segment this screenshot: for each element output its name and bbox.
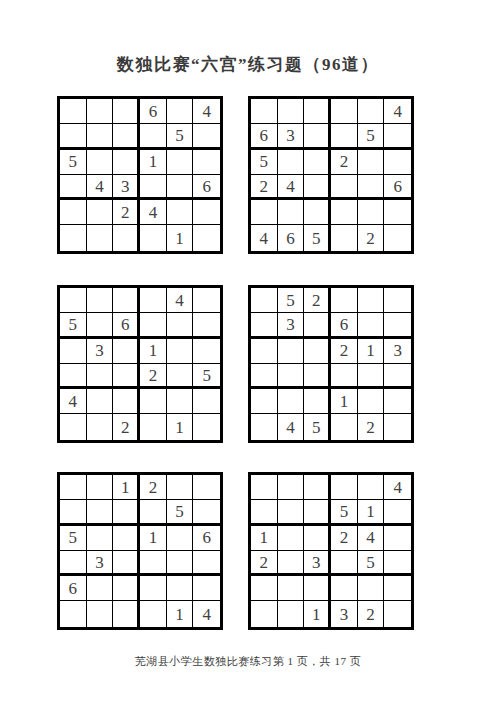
p6-cell-r5c6-empty [384, 576, 411, 601]
p3-cell-r6c5-given: 1 [167, 414, 194, 439]
p3-cell-r5c6-empty [193, 389, 220, 414]
p3-cell-r5c5-empty [167, 389, 194, 414]
p5-cell-r6c1-empty [60, 601, 87, 626]
p2-cell-r1c5-empty [358, 99, 385, 124]
p2-cell-r5c2-empty [278, 200, 305, 225]
p5-cell-r5c3-empty [113, 576, 140, 601]
p4-cell-r2c5-empty [358, 313, 385, 338]
p5-cell-r5c2-empty [87, 576, 114, 601]
p5-cell-r6c2-empty [87, 601, 114, 626]
p2-cell-r4c2-given: 4 [278, 175, 305, 200]
p6-cell-r3c1-given: 1 [251, 526, 278, 551]
p3-cell-r1c2-empty [87, 288, 114, 313]
p1-cell-r2c1-empty [60, 124, 87, 149]
p5-cell-r5c6-empty [193, 576, 220, 601]
p1-cell-r5c1-empty [60, 200, 87, 225]
p6-cell-r3c5-given: 4 [358, 526, 385, 551]
p6-cell-r3c2-empty [278, 526, 305, 551]
p1-cell-r6c2-empty [87, 225, 114, 250]
p6-cell-r6c4-given: 3 [331, 601, 358, 626]
p2-cell-r5c6-empty [384, 200, 411, 225]
p5-cell-r3c3-empty [113, 526, 140, 551]
p4-cell-r1c6-empty [384, 288, 411, 313]
p3-cell-r2c3-given: 6 [113, 313, 140, 338]
p2-cell-r6c6-empty [384, 225, 411, 250]
p6-cell-r4c3-given: 3 [304, 551, 331, 576]
p1-cell-r5c6-empty [193, 200, 220, 225]
p4-cell-r2c6-empty [384, 313, 411, 338]
p5-cell-r4c4-empty [140, 551, 167, 576]
p4-cell-r5c3-empty [304, 389, 331, 414]
p3-cell-r4c6-given: 5 [193, 364, 220, 389]
p6-cell-r3c4-given: 2 [331, 526, 358, 551]
p5-cell-r1c1-empty [60, 475, 87, 500]
p5-cell-r2c2-empty [87, 500, 114, 525]
p1-cell-r4c1-empty [60, 175, 87, 200]
puzzle-boards-container: 6455143624146355224646524563125421523621… [0, 0, 496, 702]
p5-cell-r3c6-given: 6 [193, 526, 220, 551]
p2-cell-r1c6-given: 4 [384, 99, 411, 124]
p4-cell-r3c6-given: 3 [384, 339, 411, 364]
p4-cell-r6c3-given: 5 [304, 414, 331, 439]
p5-cell-r4c2-given: 3 [87, 551, 114, 576]
p6-cell-r2c3-empty [304, 500, 331, 525]
p3-cell-r1c3-empty [113, 288, 140, 313]
p3-cell-r2c1-given: 5 [60, 313, 87, 338]
p2-cell-r1c3-empty [304, 99, 331, 124]
p5-cell-r6c4-empty [140, 601, 167, 626]
p4-cell-r4c2-empty [278, 364, 305, 389]
p3-cell-r4c5-empty [167, 364, 194, 389]
p6-cell-r1c2-empty [278, 475, 305, 500]
p6-cell-r6c1-empty [251, 601, 278, 626]
p2-cell-r3c2-empty [278, 150, 305, 175]
p2-cell-r3c3-empty [304, 150, 331, 175]
p3-cell-r1c1-empty [60, 288, 87, 313]
p5-cell-r3c5-empty [167, 526, 194, 551]
p3-cell-r6c6-empty [193, 414, 220, 439]
p2-cell-r1c1-empty [251, 99, 278, 124]
p4-cell-r5c6-empty [384, 389, 411, 414]
p1-cell-r1c1-empty [60, 99, 87, 124]
p5-cell-r2c1-empty [60, 500, 87, 525]
p1-cell-r2c5-given: 5 [167, 124, 194, 149]
p3-cell-r4c2-empty [87, 364, 114, 389]
p6-cell-r6c5-given: 2 [358, 601, 385, 626]
p1-cell-r3c4-given: 1 [140, 150, 167, 175]
p2-cell-r5c3-empty [304, 200, 331, 225]
p4-cell-r1c4-empty [331, 288, 358, 313]
p1-cell-r4c5-empty [167, 175, 194, 200]
p6-cell-r5c4-empty [331, 576, 358, 601]
p3-cell-r6c1-empty [60, 414, 87, 439]
p1-cell-r3c5-empty [167, 150, 194, 175]
p2-cell-r2c1-given: 6 [251, 124, 278, 149]
p5-cell-r4c3-empty [113, 551, 140, 576]
p4-cell-r6c4-empty [331, 414, 358, 439]
p6-cell-r2c5-given: 1 [358, 500, 385, 525]
p2-cell-r2c5-given: 5 [358, 124, 385, 149]
p6-cell-r5c2-empty [278, 576, 305, 601]
p4-cell-r6c5-given: 2 [358, 414, 385, 439]
p2-cell-r2c2-given: 3 [278, 124, 305, 149]
p1-cell-r3c1-given: 5 [60, 150, 87, 175]
p3-cell-r2c4-empty [140, 313, 167, 338]
p6-cell-r6c2-empty [278, 601, 305, 626]
p6-cell-r1c1-empty [251, 475, 278, 500]
p5-cell-r5c5-empty [167, 576, 194, 601]
p3-cell-r5c2-empty [87, 389, 114, 414]
p4-cell-r5c5-empty [358, 389, 385, 414]
p4-cell-r3c5-given: 1 [358, 339, 385, 364]
p4-cell-r3c3-empty [304, 339, 331, 364]
p1-cell-r3c6-empty [193, 150, 220, 175]
p2-cell-r4c1-given: 2 [251, 175, 278, 200]
p1-cell-r1c4-given: 6 [140, 99, 167, 124]
p2-cell-r6c4-empty [331, 225, 358, 250]
p6-cell-r1c3-empty [304, 475, 331, 500]
p5-cell-r4c6-empty [193, 551, 220, 576]
p3-cell-r1c6-empty [193, 288, 220, 313]
p5-cell-r1c5-empty [167, 475, 194, 500]
p5-cell-r6c6-given: 4 [193, 601, 220, 626]
p3-cell-r2c6-empty [193, 313, 220, 338]
p6-cell-r2c1-empty [251, 500, 278, 525]
worksheet-page: 数独比赛“六宫”练习题（96道） 64551436241463552246465… [0, 0, 496, 702]
p2-cell-r6c1-given: 4 [251, 225, 278, 250]
p1-cell-r1c6-given: 4 [193, 99, 220, 124]
p1-cell-r4c4-empty [140, 175, 167, 200]
p1-cell-r1c5-empty [167, 99, 194, 124]
p4-cell-r6c1-empty [251, 414, 278, 439]
p4-cell-r3c2-empty [278, 339, 305, 364]
p5-cell-r1c3-given: 1 [113, 475, 140, 500]
p2-cell-r5c4-empty [331, 200, 358, 225]
p2-cell-r2c4-empty [331, 124, 358, 149]
p2-cell-r1c2-empty [278, 99, 305, 124]
p3-cell-r5c1-given: 4 [60, 389, 87, 414]
p4-cell-r4c4-empty [331, 364, 358, 389]
p1-cell-r5c2-empty [87, 200, 114, 225]
p5-cell-r3c4-given: 1 [140, 526, 167, 551]
p3-cell-r3c1-empty [60, 339, 87, 364]
p4-cell-r4c1-empty [251, 364, 278, 389]
p1-cell-r2c3-empty [113, 124, 140, 149]
p5-cell-r3c1-given: 5 [60, 526, 87, 551]
p3-cell-r4c4-given: 2 [140, 364, 167, 389]
p2-cell-r4c4-empty [331, 175, 358, 200]
p2-cell-r5c1-empty [251, 200, 278, 225]
p1-cell-r2c4-empty [140, 124, 167, 149]
p1-cell-r4c6-given: 6 [193, 175, 220, 200]
p6-cell-r4c2-empty [278, 551, 305, 576]
p5-cell-r2c4-empty [140, 500, 167, 525]
p1-cell-r2c6-empty [193, 124, 220, 149]
p3-cell-r6c3-given: 2 [113, 414, 140, 439]
p4-cell-r6c6-empty [384, 414, 411, 439]
p6-cell-r2c4-given: 5 [331, 500, 358, 525]
p5-cell-r2c6-empty [193, 500, 220, 525]
p3-cell-r3c3-empty [113, 339, 140, 364]
p2-cell-r6c3-given: 5 [304, 225, 331, 250]
p3-cell-r3c4-given: 1 [140, 339, 167, 364]
p4-cell-r4c6-empty [384, 364, 411, 389]
p2-cell-r5c5-empty [358, 200, 385, 225]
p2-cell-r2c3-empty [304, 124, 331, 149]
p1-cell-r1c3-empty [113, 99, 140, 124]
sudoku-board-3: 4563125421 [57, 285, 223, 443]
p4-cell-r5c4-given: 1 [331, 389, 358, 414]
p4-cell-r5c2-empty [278, 389, 305, 414]
p6-cell-r3c6-empty [384, 526, 411, 551]
p4-cell-r5c1-empty [251, 389, 278, 414]
p2-cell-r4c5-empty [358, 175, 385, 200]
p5-cell-r1c2-empty [87, 475, 114, 500]
p6-cell-r6c3-given: 1 [304, 601, 331, 626]
p6-cell-r1c5-empty [358, 475, 385, 500]
p6-cell-r5c3-empty [304, 576, 331, 601]
p4-cell-r6c2-given: 4 [278, 414, 305, 439]
p6-cell-r1c6-given: 4 [384, 475, 411, 500]
p1-cell-r5c3-given: 2 [113, 200, 140, 225]
p5-cell-r6c5-given: 1 [167, 601, 194, 626]
p6-cell-r2c6-empty [384, 500, 411, 525]
p4-cell-r2c3-empty [304, 313, 331, 338]
p3-cell-r2c2-empty [87, 313, 114, 338]
p2-cell-r2c6-empty [384, 124, 411, 149]
p3-cell-r6c2-empty [87, 414, 114, 439]
p5-cell-r2c5-given: 5 [167, 500, 194, 525]
p4-cell-r1c5-empty [358, 288, 385, 313]
p3-cell-r1c5-given: 4 [167, 288, 194, 313]
p4-cell-r1c1-empty [251, 288, 278, 313]
p5-cell-r5c4-empty [140, 576, 167, 601]
p5-cell-r2c3-empty [113, 500, 140, 525]
p5-cell-r1c4-given: 2 [140, 475, 167, 500]
p6-cell-r2c2-empty [278, 500, 305, 525]
p4-cell-r4c5-empty [358, 364, 385, 389]
sudoku-board-2: 4635522464652 [248, 96, 414, 254]
p6-cell-r5c1-empty [251, 576, 278, 601]
p1-cell-r6c4-empty [140, 225, 167, 250]
p1-cell-r1c2-empty [87, 99, 114, 124]
p3-cell-r3c2-given: 3 [87, 339, 114, 364]
p1-cell-r6c5-given: 1 [167, 225, 194, 250]
p4-cell-r1c3-given: 2 [304, 288, 331, 313]
sudoku-board-6: 451124235132 [248, 472, 414, 630]
sudoku-board-5: 1255163614 [57, 472, 223, 630]
p3-cell-r1c4-empty [140, 288, 167, 313]
p4-cell-r3c4-given: 2 [331, 339, 358, 364]
p1-cell-r4c2-given: 4 [87, 175, 114, 200]
p2-cell-r4c6-given: 6 [384, 175, 411, 200]
p1-cell-r3c3-empty [113, 150, 140, 175]
p1-cell-r6c1-empty [60, 225, 87, 250]
p4-cell-r2c4-given: 6 [331, 313, 358, 338]
p5-cell-r1c6-empty [193, 475, 220, 500]
sudoku-board-4: 52362131452 [248, 285, 414, 443]
p2-cell-r6c2-given: 6 [278, 225, 305, 250]
p4-cell-r2c2-given: 3 [278, 313, 305, 338]
p5-cell-r6c3-empty [113, 601, 140, 626]
p6-cell-r4c6-empty [384, 551, 411, 576]
p4-cell-r2c1-empty [251, 313, 278, 338]
p2-cell-r3c5-empty [358, 150, 385, 175]
p3-cell-r2c5-empty [167, 313, 194, 338]
p6-cell-r3c3-empty [304, 526, 331, 551]
p2-cell-r3c4-given: 2 [331, 150, 358, 175]
p3-cell-r6c4-empty [140, 414, 167, 439]
p6-cell-r4c4-empty [331, 551, 358, 576]
p5-cell-r4c1-empty [60, 551, 87, 576]
p6-cell-r5c5-empty [358, 576, 385, 601]
p1-cell-r5c5-empty [167, 200, 194, 225]
p1-cell-r6c6-empty [193, 225, 220, 250]
p1-cell-r6c3-empty [113, 225, 140, 250]
p2-cell-r6c5-given: 2 [358, 225, 385, 250]
p4-cell-r4c3-empty [304, 364, 331, 389]
p1-cell-r3c2-empty [87, 150, 114, 175]
p5-cell-r4c5-empty [167, 551, 194, 576]
p1-cell-r5c4-given: 4 [140, 200, 167, 225]
sudoku-board-1: 64551436241 [57, 96, 223, 254]
p6-cell-r4c1-given: 2 [251, 551, 278, 576]
p3-cell-r5c3-empty [113, 389, 140, 414]
p3-cell-r3c6-empty [193, 339, 220, 364]
p3-cell-r3c5-empty [167, 339, 194, 364]
p3-cell-r5c4-empty [140, 389, 167, 414]
p1-cell-r2c2-empty [87, 124, 114, 149]
p2-cell-r3c6-empty [384, 150, 411, 175]
page-footer: 芜湖县小学生数独比赛练习第 1 页，共 17 页 [0, 654, 496, 669]
p2-cell-r1c4-empty [331, 99, 358, 124]
p1-cell-r4c3-given: 3 [113, 175, 140, 200]
p5-cell-r3c2-empty [87, 526, 114, 551]
p6-cell-r6c6-empty [384, 601, 411, 626]
p2-cell-r4c3-empty [304, 175, 331, 200]
p3-cell-r4c1-empty [60, 364, 87, 389]
p6-cell-r1c4-empty [331, 475, 358, 500]
p4-cell-r3c1-empty [251, 339, 278, 364]
p5-cell-r5c1-given: 6 [60, 576, 87, 601]
p4-cell-r1c2-given: 5 [278, 288, 305, 313]
p6-cell-r4c5-given: 5 [358, 551, 385, 576]
p3-cell-r4c3-empty [113, 364, 140, 389]
p2-cell-r3c1-given: 5 [251, 150, 278, 175]
